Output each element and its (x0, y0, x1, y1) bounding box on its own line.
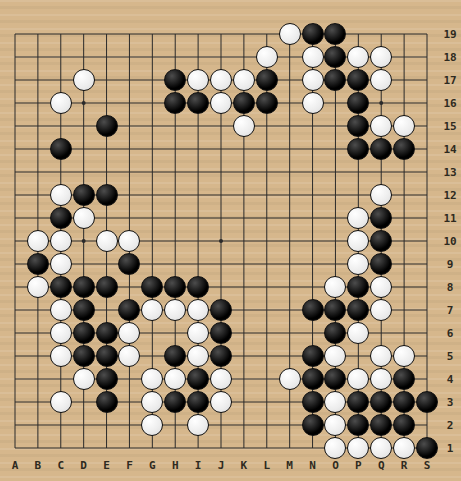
black-stone (50, 276, 72, 298)
black-stone (187, 92, 209, 114)
white-stone (210, 92, 232, 114)
column-label-N: N (309, 459, 316, 472)
white-stone (279, 368, 301, 390)
black-stone (96, 115, 118, 137)
white-stone (210, 69, 232, 91)
white-stone (50, 92, 72, 114)
white-stone (50, 253, 72, 275)
row-label-10: 10 (443, 235, 456, 248)
black-stone (96, 276, 118, 298)
column-label-G: G (149, 459, 156, 472)
black-stone (50, 138, 72, 160)
black-stone (187, 391, 209, 413)
column-label-D: D (80, 459, 87, 472)
black-stone (256, 92, 278, 114)
row-label-19: 19 (443, 28, 456, 41)
black-stone (210, 299, 232, 321)
black-stone (210, 322, 232, 344)
white-stone (393, 437, 415, 459)
row-label-9: 9 (447, 258, 454, 271)
black-stone (96, 391, 118, 413)
column-label-P: P (355, 459, 362, 472)
white-stone (50, 299, 72, 321)
white-stone (233, 69, 255, 91)
white-stone (73, 207, 95, 229)
white-stone (50, 391, 72, 413)
black-stone (210, 345, 232, 367)
column-label-K: K (241, 459, 248, 472)
white-stone (50, 230, 72, 252)
column-label-S: S (424, 459, 431, 472)
go-board-screen: ABCDEFGHIJKLMNOPQRS 19181716151413121110… (0, 0, 461, 481)
column-label-F: F (126, 459, 133, 472)
white-stone (187, 345, 209, 367)
white-stone (50, 322, 72, 344)
row-label-16: 16 (443, 97, 456, 110)
black-stone (96, 368, 118, 390)
black-stone (73, 184, 95, 206)
black-stone (187, 276, 209, 298)
white-stone (279, 23, 301, 45)
white-stone (50, 184, 72, 206)
black-stone (393, 414, 415, 436)
column-label-L: L (263, 459, 270, 472)
row-label-7: 7 (447, 304, 454, 317)
black-stone (233, 92, 255, 114)
white-stone (210, 368, 232, 390)
black-stone (256, 69, 278, 91)
black-stone (96, 322, 118, 344)
row-label-4: 4 (447, 373, 454, 386)
white-stone (187, 69, 209, 91)
row-label-3: 3 (447, 396, 454, 409)
black-stone (302, 414, 324, 436)
white-stone (73, 368, 95, 390)
column-label-E: E (103, 459, 110, 472)
star-point (82, 239, 86, 243)
white-stone (27, 276, 49, 298)
black-stone (393, 138, 415, 160)
white-stone (256, 46, 278, 68)
white-stone (302, 46, 324, 68)
black-stone (302, 23, 324, 45)
black-stone (302, 345, 324, 367)
white-stone (302, 92, 324, 114)
black-stone (302, 299, 324, 321)
row-label-13: 13 (443, 166, 456, 179)
black-stone (73, 276, 95, 298)
column-label-B: B (35, 459, 42, 472)
black-stone (416, 391, 438, 413)
white-stone (27, 230, 49, 252)
row-label-11: 11 (443, 212, 456, 225)
white-stone (73, 69, 95, 91)
column-label-H: H (172, 459, 179, 472)
white-stone (233, 115, 255, 137)
row-label-8: 8 (447, 281, 454, 294)
black-stone (96, 184, 118, 206)
white-stone (50, 345, 72, 367)
black-stone (416, 437, 438, 459)
row-label-1: 1 (447, 442, 454, 455)
black-stone (73, 345, 95, 367)
white-stone (187, 322, 209, 344)
column-label-A: A (12, 459, 19, 472)
column-label-C: C (57, 459, 64, 472)
white-stone (393, 345, 415, 367)
row-label-12: 12 (443, 189, 456, 202)
black-stone (73, 322, 95, 344)
star-point (219, 239, 223, 243)
black-stone (393, 391, 415, 413)
star-point (82, 101, 86, 105)
column-label-O: O (332, 459, 339, 472)
white-stone (96, 230, 118, 252)
row-label-15: 15 (443, 120, 456, 133)
row-label-17: 17 (443, 74, 456, 87)
white-stone (210, 391, 232, 413)
star-point (379, 101, 383, 105)
column-label-Q: Q (378, 459, 385, 472)
black-stone (302, 368, 324, 390)
row-label-5: 5 (447, 350, 454, 363)
row-label-2: 2 (447, 419, 454, 432)
black-stone (27, 253, 49, 275)
row-label-14: 14 (443, 143, 456, 156)
white-stone (393, 115, 415, 137)
white-stone (187, 299, 209, 321)
black-stone (187, 368, 209, 390)
row-label-6: 6 (447, 327, 454, 340)
black-stone (73, 299, 95, 321)
black-stone (393, 368, 415, 390)
black-stone (96, 345, 118, 367)
black-stone (302, 391, 324, 413)
column-label-J: J (218, 459, 225, 472)
column-label-I: I (195, 459, 202, 472)
row-label-18: 18 (443, 51, 456, 64)
white-stone (187, 414, 209, 436)
white-stone (302, 69, 324, 91)
black-stone (50, 207, 72, 229)
column-label-R: R (401, 459, 408, 472)
column-label-M: M (286, 459, 293, 472)
